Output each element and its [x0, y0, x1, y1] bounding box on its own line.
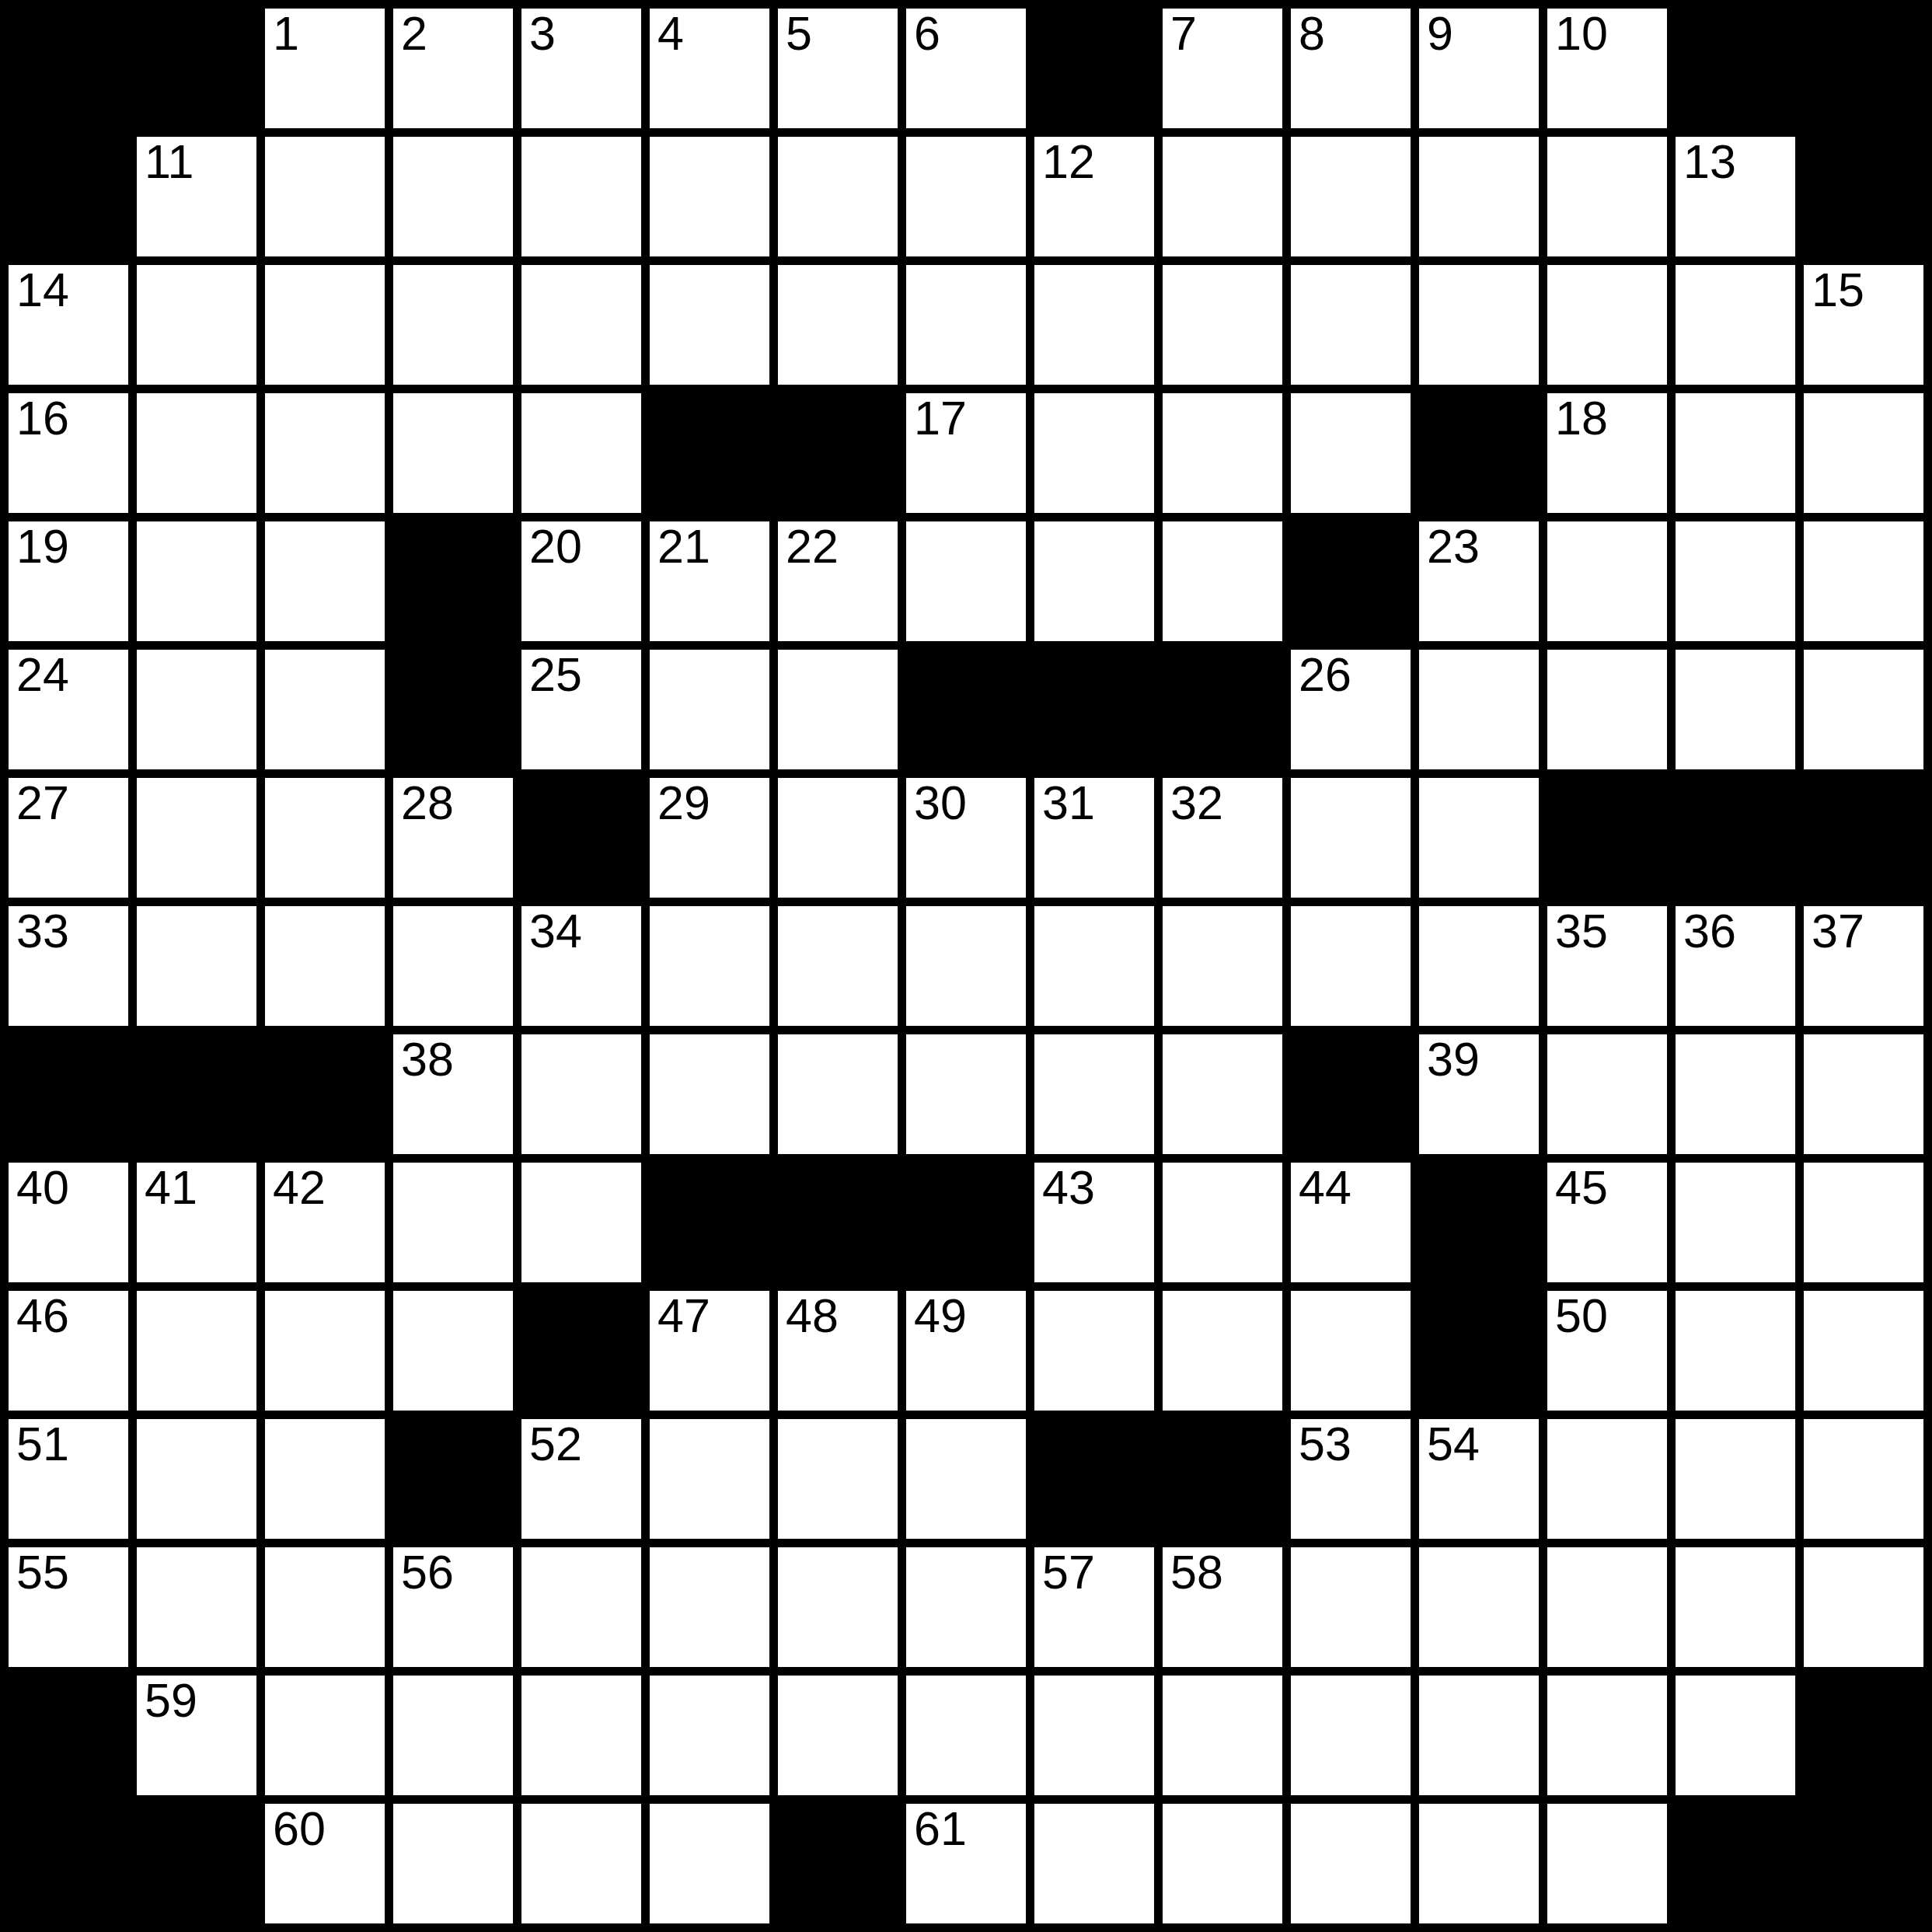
- clue-number-16: 16: [16, 395, 69, 442]
- cell-r9c7[interactable]: [778, 1034, 898, 1154]
- cell-r12c8[interactable]: [906, 1419, 1026, 1539]
- clue-number-11: 11: [145, 138, 194, 186]
- block-r11c12: [1419, 1291, 1539, 1411]
- block-r4c6: [650, 393, 769, 513]
- clue-number-4: 4: [657, 10, 684, 58]
- cell-r4c1[interactable]: 16: [9, 393, 128, 513]
- cell-r4c2[interactable]: [137, 393, 256, 513]
- clue-number-21: 21: [657, 523, 710, 570]
- cell-r5c10[interactable]: [1163, 521, 1282, 641]
- cell-r12c1[interactable]: 51: [9, 1419, 128, 1539]
- cell-r10c10[interactable]: [1163, 1163, 1282, 1282]
- cell-r15c12[interactable]: [1419, 1804, 1539, 1923]
- cell-r8c8[interactable]: [906, 906, 1026, 1026]
- cell-r1c7[interactable]: 5: [778, 9, 898, 128]
- cell-r9c6[interactable]: [650, 1034, 769, 1154]
- clue-number-18: 18: [1555, 395, 1608, 442]
- cell-r2c5[interactable]: [521, 137, 641, 256]
- cell-r2c9[interactable]: 12: [1034, 137, 1154, 256]
- clue-number-58: 58: [1170, 1549, 1223, 1596]
- cell-r7c7[interactable]: [778, 778, 898, 898]
- clue-number-39: 39: [1427, 1036, 1480, 1083]
- cell-r3c9[interactable]: [1034, 265, 1154, 385]
- cell-r3c11[interactable]: [1291, 265, 1411, 385]
- clue-number-45: 45: [1555, 1164, 1608, 1212]
- cell-r3c10[interactable]: [1163, 265, 1282, 385]
- clue-number-49: 49: [914, 1292, 967, 1340]
- cell-r2c4[interactable]: [393, 137, 513, 256]
- block-r1c1: [9, 9, 128, 128]
- cell-r3c12[interactable]: [1419, 265, 1539, 385]
- cell-r3c14[interactable]: [1676, 265, 1795, 385]
- clue-number-61: 61: [914, 1805, 967, 1853]
- cell-r12c3[interactable]: [265, 1419, 385, 1539]
- cell-r13c13[interactable]: [1547, 1547, 1667, 1667]
- cell-r13c1[interactable]: 55: [9, 1547, 128, 1667]
- cell-r11c1[interactable]: 46: [9, 1291, 128, 1411]
- clue-number-57: 57: [1042, 1549, 1095, 1596]
- block-r6c10: [1163, 650, 1282, 769]
- cell-r12c5[interactable]: 52: [521, 1419, 641, 1539]
- block-r6c4: [393, 650, 513, 769]
- cell-r5c9[interactable]: [1034, 521, 1154, 641]
- cell-r7c11[interactable]: [1291, 778, 1411, 898]
- cell-r12c12[interactable]: 54: [1419, 1419, 1539, 1539]
- cell-r4c14[interactable]: [1676, 393, 1795, 513]
- cell-r8c2[interactable]: [137, 906, 256, 1026]
- cell-r3c13[interactable]: [1547, 265, 1667, 385]
- block-r1c9: [1034, 9, 1154, 128]
- block-r10c7: [778, 1163, 898, 1282]
- cell-r3c4[interactable]: [393, 265, 513, 385]
- cell-r7c1[interactable]: 27: [9, 778, 128, 898]
- cell-r10c5[interactable]: [521, 1163, 641, 1282]
- cell-r1c13[interactable]: 10: [1547, 9, 1667, 128]
- cell-r13c6[interactable]: [650, 1547, 769, 1667]
- block-r1c2: [137, 9, 256, 128]
- cell-r9c13[interactable]: [1547, 1034, 1667, 1154]
- cell-r15c4[interactable]: [393, 1804, 513, 1923]
- cell-r11c2[interactable]: [137, 1291, 256, 1411]
- cell-r5c5[interactable]: 20: [521, 521, 641, 641]
- cell-r10c11[interactable]: 44: [1291, 1163, 1411, 1282]
- block-r7c13: [1547, 778, 1667, 898]
- cell-r15c11[interactable]: [1291, 1804, 1411, 1923]
- cell-r8c13[interactable]: 35: [1547, 906, 1667, 1026]
- cell-r9c4[interactable]: 38: [393, 1034, 513, 1154]
- cell-r2c10[interactable]: [1163, 137, 1282, 256]
- cell-r15c3[interactable]: 60: [265, 1804, 385, 1923]
- cell-r2c12[interactable]: [1419, 137, 1539, 256]
- cell-r7c3[interactable]: [265, 778, 385, 898]
- clue-number-56: 56: [401, 1549, 454, 1596]
- cell-r13c9[interactable]: 57: [1034, 1547, 1154, 1667]
- cell-r1c3[interactable]: 1: [265, 9, 385, 128]
- cell-r5c2[interactable]: [137, 521, 256, 641]
- cell-r14c10[interactable]: [1163, 1676, 1282, 1795]
- clue-number-32: 32: [1170, 779, 1223, 827]
- block-r15c1: [9, 1804, 128, 1923]
- cell-r13c3[interactable]: [265, 1547, 385, 1667]
- cell-r1c12[interactable]: 9: [1419, 9, 1539, 128]
- cell-r11c6[interactable]: 47: [650, 1291, 769, 1411]
- cell-r15c6[interactable]: [650, 1804, 769, 1923]
- clue-number-47: 47: [657, 1292, 710, 1340]
- cell-r3c8[interactable]: [906, 265, 1026, 385]
- cell-r15c10[interactable]: [1163, 1804, 1282, 1923]
- cell-r4c11[interactable]: [1291, 393, 1411, 513]
- clue-number-42: 42: [273, 1164, 326, 1212]
- block-r2c1: [9, 137, 128, 256]
- block-r2c15: [1804, 137, 1923, 256]
- cell-r8c9[interactable]: [1034, 906, 1154, 1026]
- cell-r4c5[interactable]: [521, 393, 641, 513]
- cell-r1c4[interactable]: 2: [393, 9, 513, 128]
- cell-r11c10[interactable]: [1163, 1291, 1282, 1411]
- clue-number-25: 25: [529, 651, 582, 699]
- cell-r2c13[interactable]: [1547, 137, 1667, 256]
- cell-r8c1[interactable]: 33: [9, 906, 128, 1026]
- cell-r6c2[interactable]: [137, 650, 256, 769]
- cell-r13c12[interactable]: [1419, 1547, 1539, 1667]
- cell-r8c3[interactable]: [265, 906, 385, 1026]
- cell-r13c7[interactable]: [778, 1547, 898, 1667]
- cell-r12c7[interactable]: [778, 1419, 898, 1539]
- cell-r9c12[interactable]: 39: [1419, 1034, 1539, 1154]
- cell-r2c7[interactable]: [778, 137, 898, 256]
- cell-r14c12[interactable]: [1419, 1676, 1539, 1795]
- clue-number-41: 41: [145, 1164, 197, 1212]
- cell-r7c6[interactable]: 29: [650, 778, 769, 898]
- clue-number-1: 1: [273, 10, 299, 58]
- cell-r14c6[interactable]: [650, 1676, 769, 1795]
- cell-r10c13[interactable]: 45: [1547, 1163, 1667, 1282]
- cell-r11c7[interactable]: 48: [778, 1291, 898, 1411]
- cell-r10c14[interactable]: [1676, 1163, 1795, 1282]
- clue-number-7: 7: [1170, 10, 1197, 58]
- cell-r7c8[interactable]: 30: [906, 778, 1026, 898]
- cell-r7c12[interactable]: [1419, 778, 1539, 898]
- clue-number-22: 22: [786, 523, 839, 570]
- clue-number-9: 9: [1427, 10, 1453, 58]
- cell-r11c14[interactable]: [1676, 1291, 1795, 1411]
- cell-r3c1[interactable]: 14: [9, 265, 128, 385]
- cell-r14c7[interactable]: [778, 1676, 898, 1795]
- block-r12c9: [1034, 1419, 1154, 1539]
- cell-r5c13[interactable]: [1547, 521, 1667, 641]
- clue-number-59: 59: [145, 1677, 197, 1725]
- clue-number-43: 43: [1042, 1164, 1095, 1212]
- cell-r10c9[interactable]: 43: [1034, 1163, 1154, 1282]
- cell-r6c13[interactable]: [1547, 650, 1667, 769]
- clue-number-28: 28: [401, 779, 454, 827]
- block-r1c15: [1804, 9, 1923, 128]
- clue-number-3: 3: [529, 10, 556, 58]
- crossword-grid: 1234567891011121314151617181920212223242…: [0, 0, 1932, 1932]
- cell-r6c7[interactable]: [778, 650, 898, 769]
- cell-r15c13[interactable]: [1547, 1804, 1667, 1923]
- cell-r13c5[interactable]: [521, 1547, 641, 1667]
- cell-r6c3[interactable]: [265, 650, 385, 769]
- cell-r2c6[interactable]: [650, 137, 769, 256]
- cell-r14c11[interactable]: [1291, 1676, 1411, 1795]
- cell-r8c7[interactable]: [778, 906, 898, 1026]
- cell-r7c4[interactable]: 28: [393, 778, 513, 898]
- cell-r8c10[interactable]: [1163, 906, 1282, 1026]
- block-r9c3: [265, 1034, 385, 1154]
- cell-r5c12[interactable]: 23: [1419, 521, 1539, 641]
- cell-r13c14[interactable]: [1676, 1547, 1795, 1667]
- cell-r14c4[interactable]: [393, 1676, 513, 1795]
- cell-r5c7[interactable]: 22: [778, 521, 898, 641]
- cell-r15c8[interactable]: 61: [906, 1804, 1026, 1923]
- block-r5c4: [393, 521, 513, 641]
- cell-r4c9[interactable]: [1034, 393, 1154, 513]
- cell-r4c8[interactable]: 17: [906, 393, 1026, 513]
- cell-r11c15[interactable]: [1804, 1291, 1923, 1411]
- cell-r1c10[interactable]: 7: [1163, 9, 1282, 128]
- clue-number-13: 13: [1683, 138, 1736, 186]
- clue-number-26: 26: [1299, 651, 1351, 699]
- cell-r5c15[interactable]: [1804, 521, 1923, 641]
- clue-number-38: 38: [401, 1036, 454, 1083]
- clue-number-14: 14: [16, 267, 69, 314]
- cell-r8c5[interactable]: 34: [521, 906, 641, 1026]
- cell-r6c14[interactable]: [1676, 650, 1795, 769]
- cell-r1c11[interactable]: 8: [1291, 9, 1411, 128]
- cell-r4c3[interactable]: [265, 393, 385, 513]
- cell-r9c10[interactable]: [1163, 1034, 1282, 1154]
- cell-r6c1[interactable]: 24: [9, 650, 128, 769]
- cell-r13c11[interactable]: [1291, 1547, 1411, 1667]
- cell-r8c15[interactable]: 37: [1804, 906, 1923, 1026]
- clue-number-29: 29: [657, 779, 710, 827]
- cell-r13c10[interactable]: 58: [1163, 1547, 1282, 1667]
- clue-number-31: 31: [1042, 779, 1095, 827]
- cell-r14c3[interactable]: [265, 1676, 385, 1795]
- clue-number-35: 35: [1555, 908, 1608, 955]
- cell-r3c7[interactable]: [778, 265, 898, 385]
- cell-r4c13[interactable]: 18: [1547, 393, 1667, 513]
- block-r7c15: [1804, 778, 1923, 898]
- clue-number-46: 46: [16, 1292, 69, 1340]
- clue-number-40: 40: [16, 1164, 69, 1212]
- cell-r10c4[interactable]: [393, 1163, 513, 1282]
- cell-r8c14[interactable]: 36: [1676, 906, 1795, 1026]
- cell-r15c5[interactable]: [521, 1804, 641, 1923]
- clue-number-27: 27: [16, 779, 69, 827]
- cell-r9c5[interactable]: [521, 1034, 641, 1154]
- cell-r12c14[interactable]: [1676, 1419, 1795, 1539]
- cell-r2c14[interactable]: 13: [1676, 137, 1795, 256]
- clue-number-36: 36: [1683, 908, 1736, 955]
- block-r10c12: [1419, 1163, 1539, 1282]
- cell-r8c11[interactable]: [1291, 906, 1411, 1026]
- cell-r3c6[interactable]: [650, 265, 769, 385]
- clue-number-6: 6: [914, 10, 940, 58]
- cell-r3c5[interactable]: [521, 265, 641, 385]
- cell-r11c13[interactable]: 50: [1547, 1291, 1667, 1411]
- clue-number-12: 12: [1042, 138, 1095, 186]
- block-r6c9: [1034, 650, 1154, 769]
- cell-r7c9[interactable]: 31: [1034, 778, 1154, 898]
- cell-r13c15[interactable]: [1804, 1547, 1923, 1667]
- cell-r1c5[interactable]: 3: [521, 9, 641, 128]
- clue-number-50: 50: [1555, 1292, 1608, 1340]
- clue-number-53: 53: [1299, 1421, 1351, 1468]
- block-r7c5: [521, 778, 641, 898]
- cell-r13c8[interactable]: [906, 1547, 1026, 1667]
- cell-r1c6[interactable]: 4: [650, 9, 769, 128]
- clue-number-17: 17: [914, 395, 967, 442]
- clue-number-33: 33: [16, 908, 69, 955]
- cell-r12c13[interactable]: [1547, 1419, 1667, 1539]
- cell-r3c2[interactable]: [137, 265, 256, 385]
- clue-number-23: 23: [1427, 523, 1480, 570]
- block-r15c2: [137, 1804, 256, 1923]
- cell-r12c6[interactable]: [650, 1419, 769, 1539]
- block-r14c1: [9, 1676, 128, 1795]
- cell-r11c3[interactable]: [265, 1291, 385, 1411]
- cell-r3c3[interactable]: [265, 265, 385, 385]
- cell-r8c12[interactable]: [1419, 906, 1539, 1026]
- cell-r1c8[interactable]: 6: [906, 9, 1026, 128]
- clue-number-37: 37: [1812, 908, 1864, 955]
- cell-r5c14[interactable]: [1676, 521, 1795, 641]
- clue-number-30: 30: [914, 779, 967, 827]
- cell-r9c15[interactable]: [1804, 1034, 1923, 1154]
- clue-number-15: 15: [1812, 267, 1864, 314]
- block-r14c15: [1804, 1676, 1923, 1795]
- cell-r3c15[interactable]: 15: [1804, 265, 1923, 385]
- cell-r5c8[interactable]: [906, 521, 1026, 641]
- cell-r14c9[interactable]: [1034, 1676, 1154, 1795]
- block-r6c8: [906, 650, 1026, 769]
- clue-number-5: 5: [786, 10, 812, 58]
- cell-r10c1[interactable]: 40: [9, 1163, 128, 1282]
- cell-r6c12[interactable]: [1419, 650, 1539, 769]
- clue-number-52: 52: [529, 1421, 582, 1468]
- cell-r14c14[interactable]: [1676, 1676, 1795, 1795]
- block-r12c10: [1163, 1419, 1282, 1539]
- cell-r15c9[interactable]: [1034, 1804, 1154, 1923]
- clue-number-48: 48: [786, 1292, 839, 1340]
- clue-number-54: 54: [1427, 1421, 1480, 1468]
- block-r7c14: [1676, 778, 1795, 898]
- cell-r10c3[interactable]: 42: [265, 1163, 385, 1282]
- block-r4c7: [778, 393, 898, 513]
- block-r9c11: [1291, 1034, 1411, 1154]
- cell-r2c11[interactable]: [1291, 137, 1411, 256]
- cell-r6c11[interactable]: 26: [1291, 650, 1411, 769]
- cell-r4c15[interactable]: [1804, 393, 1923, 513]
- cell-r9c9[interactable]: [1034, 1034, 1154, 1154]
- clue-number-55: 55: [16, 1549, 69, 1596]
- cell-r2c2[interactable]: 11: [137, 137, 256, 256]
- cell-r4c10[interactable]: [1163, 393, 1282, 513]
- cell-r10c15[interactable]: [1804, 1163, 1923, 1282]
- cell-r8c4[interactable]: [393, 906, 513, 1026]
- cell-r6c15[interactable]: [1804, 650, 1923, 769]
- block-r9c1: [9, 1034, 128, 1154]
- cell-r9c8[interactable]: [906, 1034, 1026, 1154]
- cell-r9c14[interactable]: [1676, 1034, 1795, 1154]
- cell-r11c11[interactable]: [1291, 1291, 1411, 1411]
- clue-number-20: 20: [529, 523, 582, 570]
- clue-number-10: 10: [1555, 10, 1608, 58]
- block-r15c14: [1676, 1804, 1795, 1923]
- clue-number-19: 19: [16, 523, 69, 570]
- cell-r7c2[interactable]: [137, 778, 256, 898]
- cell-r2c3[interactable]: [265, 137, 385, 256]
- block-r11c5: [521, 1291, 641, 1411]
- cell-r8c6[interactable]: [650, 906, 769, 1026]
- cell-r14c8[interactable]: [906, 1676, 1026, 1795]
- cell-r13c2[interactable]: [137, 1547, 256, 1667]
- cell-r12c15[interactable]: [1804, 1419, 1923, 1539]
- cell-r14c2[interactable]: 59: [137, 1676, 256, 1795]
- block-r12c4: [393, 1419, 513, 1539]
- cell-r10c2[interactable]: 41: [137, 1163, 256, 1282]
- clue-number-34: 34: [529, 908, 582, 955]
- cell-r5c6[interactable]: 21: [650, 521, 769, 641]
- clue-number-51: 51: [16, 1421, 69, 1468]
- clue-number-44: 44: [1299, 1164, 1351, 1212]
- block-r5c11: [1291, 521, 1411, 641]
- block-r10c8: [906, 1163, 1026, 1282]
- cell-r6c6[interactable]: [650, 650, 769, 769]
- clue-number-60: 60: [273, 1805, 326, 1853]
- cell-r2c8[interactable]: [906, 137, 1026, 256]
- cell-r11c4[interactable]: [393, 1291, 513, 1411]
- cell-r13c4[interactable]: 56: [393, 1547, 513, 1667]
- cell-r5c1[interactable]: 19: [9, 521, 128, 641]
- cell-r6c5[interactable]: 25: [521, 650, 641, 769]
- block-r1c14: [1676, 9, 1795, 128]
- cell-r12c2[interactable]: [137, 1419, 256, 1539]
- cell-r11c8[interactable]: 49: [906, 1291, 1026, 1411]
- cell-r14c13[interactable]: [1547, 1676, 1667, 1795]
- block-r10c6: [650, 1163, 769, 1282]
- block-r15c7: [778, 1804, 898, 1923]
- cell-r11c9[interactable]: [1034, 1291, 1154, 1411]
- cell-r7c10[interactable]: 32: [1163, 778, 1282, 898]
- block-r9c2: [137, 1034, 256, 1154]
- block-r15c15: [1804, 1804, 1923, 1923]
- block-r4c12: [1419, 393, 1539, 513]
- cell-r14c5[interactable]: [521, 1676, 641, 1795]
- cell-r5c3[interactable]: [265, 521, 385, 641]
- cell-r12c11[interactable]: 53: [1291, 1419, 1411, 1539]
- cell-r4c4[interactable]: [393, 393, 513, 513]
- clue-number-24: 24: [16, 651, 69, 699]
- clue-number-2: 2: [401, 10, 427, 58]
- clue-number-8: 8: [1299, 10, 1325, 58]
